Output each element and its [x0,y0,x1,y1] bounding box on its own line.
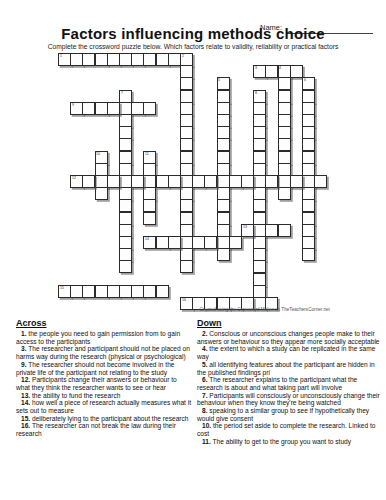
grid-cell-r10c4[interactable] [107,175,120,188]
grid-cell-r9c20[interactable] [302,163,315,176]
grid-cell-r4c20[interactable] [302,102,315,115]
grid-cell-r9c18[interactable] [278,163,291,176]
grid-cell-r6c20[interactable] [302,126,315,139]
grid-cell-r10c3[interactable] [95,175,108,188]
cell-number-6: 6 [304,78,306,82]
grid-cell-r13c5[interactable] [119,212,132,225]
grid-cell-r5c5[interactable] [119,114,132,127]
grid-cell-r15c10[interactable] [180,236,193,249]
grid-cell-r0c3[interactable] [95,53,108,66]
grid-cell-r2c20[interactable]: 6 [302,77,315,90]
grid-cell-r15c12[interactable] [204,236,217,249]
grid-cell-r0c4[interactable] [107,53,120,66]
cell-number-3: 3 [255,66,257,70]
grid-cell-r5c20[interactable] [302,114,315,127]
grid-cell-r10c15[interactable] [241,175,254,188]
grid-cell-r16c10[interactable] [180,248,193,261]
grid-cell-r17c16[interactable] [253,260,266,273]
cell-number-1: 1 [60,54,62,58]
down-clue-6: 6. The researcher explains to the partic… [197,376,381,391]
grid-cell-r4c18[interactable] [278,102,291,115]
grid-cell-r11c3[interactable] [95,187,108,200]
credit-text: Created using the Crossword Maker on The… [200,307,330,312]
cell-number-15: 15 [60,286,64,290]
grid-cell-r3c10[interactable] [180,90,193,103]
grid-cell-r3c20[interactable] [302,90,315,103]
grid-cell-r0c10[interactable]: 2 [180,53,193,66]
grid-cell-r5c13[interactable] [217,114,230,127]
grid-cell-r10c18[interactable] [278,175,291,188]
page-title: Factors influencing methods choice [0,25,386,42]
grid-cell-r8c20[interactable] [302,151,315,164]
instructions-text: Complete the crossword puzzle below. Whi… [0,43,386,50]
down-clue-5: 5. all identifying features about the pa… [197,361,381,376]
grid-cell-r5c18[interactable] [278,114,291,127]
across-clue-16: 16. The researcher can not break the law… [16,422,192,437]
cell-number-7: 7 [121,91,123,95]
grid-cell-r3c13[interactable] [217,90,230,103]
grid-cell-r10c9[interactable] [168,175,181,188]
grid-cell-r1c16[interactable]: 3 [253,65,266,78]
grid-cell-r10c19[interactable] [290,175,303,188]
grid-cell-r14c17[interactable] [265,224,278,237]
grid-cell-r7c18[interactable] [278,138,291,151]
grid-cell-r12c16[interactable] [253,199,266,212]
across-clue-9: 9. The researcher should not become invo… [16,361,192,376]
grid-cell-r10c21[interactable] [314,175,327,188]
grid-cell-r13c20[interactable] [302,212,315,225]
grid-cell-r15c7[interactable]: 14 [143,236,156,249]
cell-number-14: 14 [145,237,149,241]
down-clue-11: 11. The ability to get to the group you … [197,438,381,446]
grid-cell-r16c16[interactable] [253,248,266,261]
down-clue-10: 10. the period set aside to complete the… [197,422,381,437]
grid-cell-r4c10[interactable] [180,102,193,115]
grid-cell-r14c15[interactable]: 13 [241,224,254,237]
grid-cell-r9c13[interactable] [217,163,230,176]
grid-cell-r10c5[interactable] [119,175,132,188]
cell-number-11: 11 [145,152,149,156]
grid-cell-r15c8[interactable] [156,236,169,249]
grid-cell-r9c3[interactable] [95,163,108,176]
grid-cell-r12c10[interactable] [180,199,193,212]
grid-cell-r8c5[interactable] [119,151,132,164]
grid-cell-r13c16[interactable] [253,212,266,225]
across-clues-section: Across 1. the people you need to gain pe… [16,318,192,438]
grid-cell-r4c2[interactable] [82,102,95,115]
grid-cell-r6c13[interactable] [217,126,230,139]
grid-cell-r7c16[interactable] [253,138,266,151]
grid-cell-r15c13[interactable] [217,236,230,249]
grid-cell-r9c5[interactable] [119,163,132,176]
grid-cell-r14c5[interactable] [119,224,132,237]
down-clue-2: 2. Conscious or unconscious changes peop… [197,330,381,345]
grid-cell-r11c7[interactable] [143,187,156,200]
grid-cell-r12c20[interactable] [302,199,315,212]
grid-cell-r0c6[interactable] [131,53,144,66]
grid-cell-r9c7[interactable] [143,163,156,176]
grid-cell-r5c16[interactable] [253,114,266,127]
grid-cell-r6c18[interactable] [278,126,291,139]
grid-cell-r0c2[interactable] [82,53,95,66]
grid-cell-r10c20[interactable] [302,175,315,188]
grid-cell-r8c10[interactable] [180,151,193,164]
grid-cell-r15c16[interactable] [253,236,266,249]
grid-cell-r2c13[interactable]: 5 [217,77,230,90]
grid-cell-r4c6[interactable] [131,102,144,115]
grid-cell-r10c11[interactable] [192,175,205,188]
across-clue-1: 1. the people you need to gain permissio… [16,330,192,345]
cell-number-2: 2 [182,54,184,58]
grid-cell-r10c12[interactable] [204,175,217,188]
grid-cell-r19c16[interactable] [253,285,266,298]
grid-cell-r16c13[interactable] [217,248,230,261]
grid-cell-r19c6[interactable] [131,285,144,298]
cell-number-4: 4 [279,66,281,70]
grid-cell-r10c7[interactable] [143,175,156,188]
grid-cell-r3c18[interactable] [278,90,291,103]
grid-cell-r20c10[interactable]: 16 [180,297,193,310]
grid-cell-r1c18[interactable]: 4 [278,65,291,78]
down-clue-list: 2. Conscious or unconscious changes peop… [197,330,381,446]
grid-cell-r6c16[interactable] [253,126,266,139]
grid-cell-r19c5[interactable] [119,285,132,298]
grid-cell-r14c10[interactable] [180,224,193,237]
grid-cell-r0c0[interactable]: 1 [58,53,71,66]
grid-cell-r1c19[interactable] [290,65,303,78]
grid-cell-r16c20[interactable] [302,248,315,261]
grid-cell-r19c8[interactable] [156,285,169,298]
grid-cell-r19c7[interactable] [143,285,156,298]
grid-cell-r1c17[interactable] [265,65,278,78]
grid-cell-r4c3[interactable] [95,102,108,115]
grid-cell-r9c16[interactable] [253,163,266,176]
grid-cell-r15c9[interactable] [168,236,181,249]
grid-cell-r16c5[interactable] [119,248,132,261]
grid-cell-r10c13[interactable] [217,175,230,188]
grid-cell-r8c13[interactable] [217,151,230,164]
grid-cell-r19c3[interactable] [95,285,108,298]
grid-cell-r10c2[interactable] [82,175,95,188]
crossword-grid[interactable]: 12345678910111213141516 [58,53,330,311]
grid-cell-r4c13[interactable] [217,102,230,115]
grid-cell-r0c7[interactable] [143,53,156,66]
cell-number-12: 12 [72,176,76,180]
across-clue-13: 13. the ability to fund the research [16,392,192,400]
grid-cell-r7c10[interactable] [180,138,193,151]
grid-cell-r11c13[interactable] [217,187,230,200]
grid-cell-r13c13[interactable] [217,212,230,225]
grid-cell-r19c1[interactable] [70,285,83,298]
cell-number-9: 9 [72,103,74,107]
grid-cell-r10c14[interactable] [229,175,242,188]
grid-cell-r14c16[interactable] [253,224,266,237]
grid-cell-r15c14[interactable] [229,236,242,249]
down-clue-8: 8. speaking to a similar group to see if… [197,407,381,422]
grid-cell-r14c20[interactable] [302,224,315,237]
grid-cell-r2c10[interactable] [180,77,193,90]
grid-cell-r4c7[interactable] [143,102,156,115]
grid-cell-r10c17[interactable] [265,175,278,188]
grid-cell-r0c8[interactable] [156,53,169,66]
grid-cell-r19c0[interactable]: 15 [58,285,71,298]
across-clue-list: 1. the people you need to gain permissio… [16,330,192,438]
grid-cell-r10c16[interactable] [253,175,266,188]
grid-cell-r11c16[interactable] [253,187,266,200]
grid-cell-r15c20[interactable] [302,236,315,249]
cell-number-8: 8 [255,91,257,95]
grid-cell-r10c8[interactable] [156,175,169,188]
grid-cell-r15c11[interactable] [192,236,205,249]
grid-cell-r11c18[interactable] [278,187,291,200]
grid-cell-r12c5[interactable] [119,199,132,212]
down-clues-section: Down 2. Conscious or unconscious changes… [197,318,381,446]
grid-cell-r11c20[interactable] [302,187,315,200]
grid-cell-r4c1[interactable]: 9 [70,102,83,115]
grid-cell-r0c5[interactable] [119,53,132,66]
grid-cell-r4c16[interactable] [253,102,266,115]
grid-cell-r8c3[interactable]: 10 [95,151,108,164]
grid-cell-r14c18[interactable] [278,224,291,237]
grid-cell-r15c5[interactable] [119,236,132,249]
grid-cell-r4c5[interactable] [119,102,132,115]
grid-cell-r19c2[interactable] [82,285,95,298]
grid-cell-r10c6[interactable] [131,175,144,188]
grid-cell-r17c5[interactable] [119,260,132,273]
grid-cell-r12c7[interactable] [143,199,156,212]
grid-cell-r3c16[interactable]: 8 [253,90,266,103]
grid-cell-r10c1[interactable]: 12 [70,175,83,188]
grid-cell-r8c16[interactable] [253,151,266,164]
grid-cell-r11c5[interactable] [119,187,132,200]
grid-cell-r6c5[interactable] [119,126,132,139]
across-heading: Across [16,318,192,328]
grid-cell-r0c1[interactable] [70,53,83,66]
grid-cell-r7c13[interactable] [217,138,230,151]
down-clue-7: 7. Participants will consciously or unco… [197,392,381,407]
grid-cell-r14c13[interactable] [217,224,230,237]
grid-cell-r3c5[interactable]: 7 [119,90,132,103]
grid-cell-r0c9[interactable] [168,53,181,66]
grid-cell-r6c10[interactable] [180,126,193,139]
cell-number-16: 16 [182,298,186,302]
across-clue-15: 15. deliberately lying to the participan… [16,415,192,423]
grid-cell-r19c4[interactable] [107,285,120,298]
grid-cell-r17c10[interactable] [180,260,193,273]
grid-cell-r7c20[interactable] [302,138,315,151]
cell-number-10: 10 [96,152,100,156]
grid-cell-r8c18[interactable] [278,151,291,164]
across-clue-12: 12. Participants change their answers or… [16,376,192,391]
grid-cell-r11c10[interactable] [180,187,193,200]
grid-cell-r1c10[interactable] [180,65,193,78]
across-clue-3: 3. The researcher and participant should… [16,345,192,360]
cell-number-13: 13 [243,225,247,229]
down-heading: Down [197,318,381,328]
grid-cell-r12c13[interactable] [217,199,230,212]
grid-cell-r13c10[interactable] [180,212,193,225]
cell-number-5: 5 [218,78,220,82]
grid-cell-r4c4[interactable] [107,102,120,115]
down-clue-4: 4. the extent to which a study can be re… [197,345,381,360]
grid-cell-r2c18[interactable] [278,77,291,90]
grid-cell-r9c10[interactable] [180,163,193,176]
grid-cell-r13c7[interactable] [143,212,156,225]
grid-cell-r10c10[interactable] [180,175,193,188]
grid-cell-r8c7[interactable]: 11 [143,151,156,164]
across-clue-14: 14. how well a piece of research actuall… [16,399,192,414]
grid-cell-r7c5[interactable] [119,138,132,151]
grid-cell-r5c10[interactable] [180,114,193,127]
grid-cell-r18c16[interactable] [253,273,266,286]
